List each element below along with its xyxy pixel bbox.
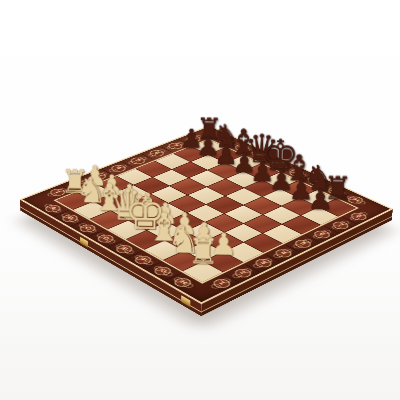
coordinate-medallion-b: B	[59, 213, 81, 223]
coordinate-medallion-5: 5	[291, 238, 313, 249]
coordinate-medallion-2: 2	[231, 267, 254, 279]
coordinate-medallion-4: 4	[108, 164, 128, 173]
photo-background: ABCDEFGH ABCDEFGH 87654321 87654321 ♜♞♝♛…	[0, 0, 400, 400]
coordinate-medallion-h: H	[346, 195, 367, 205]
coordinate-medallion-6: 6	[311, 229, 333, 240]
coordinate-medallion-a: A	[42, 203, 63, 213]
coordinate-medallion-1: 1	[209, 277, 232, 289]
square-h6	[283, 216, 320, 234]
chess-set-photo: ABCDEFGH ABCDEFGH 87654321 87654321 ♜♞♝♛…	[0, 0, 400, 400]
coordinate-medallion-8: 8	[348, 211, 370, 221]
chess-board-box: ABCDEFGH ABCDEFGH 87654321 87654321 ♜♞♝♛…	[20, 125, 393, 304]
coordinate-medallion-e: E	[287, 168, 307, 177]
coordinate-medallion-c: C	[77, 223, 99, 234]
coordinate-medallion-3: 3	[251, 257, 274, 269]
scene: ABCDEFGH ABCDEFGH 87654321 87654321 ♜♞♝♛…	[0, 0, 400, 400]
coordinate-medallion-4: 4	[272, 248, 295, 259]
coordinate-medallion-7: 7	[330, 220, 352, 231]
chess-board: ABCDEFGH ABCDEFGH 87654321 87654321 ♜♞♝♛…	[20, 125, 393, 304]
